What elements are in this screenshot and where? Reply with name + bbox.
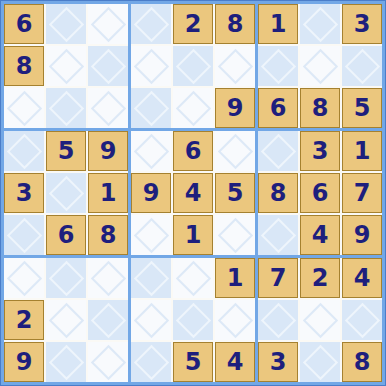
diamond-watermark-icon (90, 344, 125, 379)
diamond-watermark-icon (48, 260, 83, 295)
cell-r7c3[interactable] (88, 258, 128, 298)
cell-r7c9: 4 (342, 258, 382, 298)
cell-r9c5: 5 (173, 342, 213, 382)
cell-r8c6[interactable] (215, 300, 255, 340)
cell-r8c2[interactable] (46, 300, 86, 340)
cell-r1c9: 3 (342, 4, 382, 44)
diamond-watermark-icon (133, 344, 168, 379)
cell-r2c2[interactable] (46, 46, 86, 86)
cell-r5c7: 8 (258, 173, 298, 213)
cell-r4c5: 6 (173, 131, 213, 171)
diamond-watermark-icon (260, 133, 295, 168)
cell-r1c5: 2 (173, 4, 213, 44)
diamond-watermark-icon (48, 48, 83, 83)
cell-r6c6[interactable] (215, 215, 255, 255)
cell-r6c8: 4 (300, 215, 340, 255)
cell-r6c5: 1 (173, 215, 213, 255)
cell-r1c7: 1 (258, 4, 298, 44)
cell-r5c9: 7 (342, 173, 382, 213)
diamond-watermark-icon (175, 302, 210, 337)
diamond-watermark-icon (260, 217, 295, 252)
cell-r4c4[interactable] (131, 131, 171, 171)
cell-r8c4[interactable] (131, 300, 171, 340)
diamond-watermark-icon (302, 344, 337, 379)
diamond-watermark-icon (217, 48, 252, 83)
diamond-watermark-icon (175, 260, 210, 295)
cell-r6c9: 9 (342, 215, 382, 255)
diamond-watermark-icon (48, 344, 83, 379)
cell-r5c6: 5 (215, 173, 255, 213)
diamond-watermark-icon (217, 133, 252, 168)
cell-r3c1[interactable] (4, 88, 44, 128)
cell-r4c9: 1 (342, 131, 382, 171)
cell-r6c3: 8 (88, 215, 128, 255)
diamond-watermark-icon (260, 302, 295, 337)
diamond-watermark-icon (302, 302, 337, 337)
diamond-watermark-icon (90, 48, 125, 83)
diamond-watermark-icon (302, 48, 337, 83)
diamond-watermark-icon (175, 90, 210, 125)
cell-r5c3: 1 (88, 173, 128, 213)
diamond-watermark-icon (344, 302, 379, 337)
diamond-watermark-icon (48, 175, 83, 210)
cell-r9c2[interactable] (46, 342, 86, 382)
diamond-watermark-icon (6, 90, 41, 125)
diamond-watermark-icon (133, 48, 168, 83)
diamond-watermark-icon (175, 48, 210, 83)
cell-r6c2: 6 (46, 215, 86, 255)
cell-r4c7[interactable] (258, 131, 298, 171)
diamond-watermark-icon (133, 302, 168, 337)
diamond-watermark-icon (133, 217, 168, 252)
diamond-watermark-icon (48, 90, 83, 125)
cell-r1c4[interactable] (131, 4, 171, 44)
cell-r3c8: 8 (300, 88, 340, 128)
cell-r5c5: 4 (173, 173, 213, 213)
diamond-watermark-icon (90, 6, 125, 41)
cell-r7c7: 7 (258, 258, 298, 298)
cell-r2c1: 8 (4, 46, 44, 86)
cell-r2c7[interactable] (258, 46, 298, 86)
cell-r4c8: 3 (300, 131, 340, 171)
cell-r8c3[interactable] (88, 300, 128, 340)
diamond-watermark-icon (48, 6, 83, 41)
diamond-watermark-icon (6, 217, 41, 252)
diamond-watermark-icon (90, 302, 125, 337)
cell-r7c2[interactable] (46, 258, 86, 298)
cell-r7c6: 1 (215, 258, 255, 298)
diamond-watermark-icon (133, 133, 168, 168)
diamond-watermark-icon (133, 6, 168, 41)
cell-r7c8: 2 (300, 258, 340, 298)
cell-r2c9[interactable] (342, 46, 382, 86)
cell-r3c2[interactable] (46, 88, 86, 128)
cell-r2c5[interactable] (173, 46, 213, 86)
cell-r7c1[interactable] (4, 258, 44, 298)
cell-r8c9[interactable] (342, 300, 382, 340)
cell-r3c6: 9 (215, 88, 255, 128)
cell-r9c6: 4 (215, 342, 255, 382)
cell-r1c1: 6 (4, 4, 44, 44)
diamond-watermark-icon (90, 90, 125, 125)
cell-r1c2[interactable] (46, 4, 86, 44)
cell-r5c1: 3 (4, 173, 44, 213)
cell-r7c4[interactable] (131, 258, 171, 298)
cell-r3c3[interactable] (88, 88, 128, 128)
diamond-watermark-icon (6, 260, 41, 295)
cell-r9c9: 8 (342, 342, 382, 382)
cell-r4c3: 9 (88, 131, 128, 171)
cell-r9c8[interactable] (300, 342, 340, 382)
diamond-watermark-icon (260, 48, 295, 83)
cell-r9c1: 9 (4, 342, 44, 382)
diamond-watermark-icon (133, 260, 168, 295)
cell-r6c7[interactable] (258, 215, 298, 255)
cell-r2c6[interactable] (215, 46, 255, 86)
diamond-watermark-icon (302, 6, 337, 41)
cell-r1c6: 8 (215, 4, 255, 44)
cell-r2c8[interactable] (300, 46, 340, 86)
cell-r9c4[interactable] (131, 342, 171, 382)
cell-r5c8: 6 (300, 173, 340, 213)
cell-r8c7[interactable] (258, 300, 298, 340)
cell-r4c6[interactable] (215, 131, 255, 171)
cell-r9c7: 3 (258, 342, 298, 382)
cell-r7c5[interactable] (173, 258, 213, 298)
cell-r3c5[interactable] (173, 88, 213, 128)
cell-r9c3[interactable] (88, 342, 128, 382)
cell-r5c2[interactable] (46, 173, 86, 213)
diamond-watermark-icon (133, 90, 168, 125)
cell-r5c4: 9 (131, 173, 171, 213)
cell-r4c1[interactable] (4, 131, 44, 171)
cell-r6c1[interactable] (4, 215, 44, 255)
diamond-watermark-icon (344, 48, 379, 83)
diamond-watermark-icon (217, 302, 252, 337)
cell-r8c5[interactable] (173, 300, 213, 340)
cell-r1c8[interactable] (300, 4, 340, 44)
cell-r3c4[interactable] (131, 88, 171, 128)
cell-r3c9: 5 (342, 88, 382, 128)
diamond-watermark-icon (90, 260, 125, 295)
cell-r4c2: 5 (46, 131, 86, 171)
sudoku-grid: 62813896855963131945867681491724295438 (4, 4, 382, 382)
diamond-watermark-icon (217, 217, 252, 252)
cell-r8c1: 2 (4, 300, 44, 340)
cell-r3c7: 6 (258, 88, 298, 128)
cell-r1c3[interactable] (88, 4, 128, 44)
cell-r8c8[interactable] (300, 300, 340, 340)
cell-r2c4[interactable] (131, 46, 171, 86)
cell-r2c3[interactable] (88, 46, 128, 86)
diamond-watermark-icon (6, 133, 41, 168)
sudoku-board: 62813896855963131945867681491724295438 (0, 0, 386, 386)
cell-r6c4[interactable] (131, 215, 171, 255)
diamond-watermark-icon (48, 302, 83, 337)
